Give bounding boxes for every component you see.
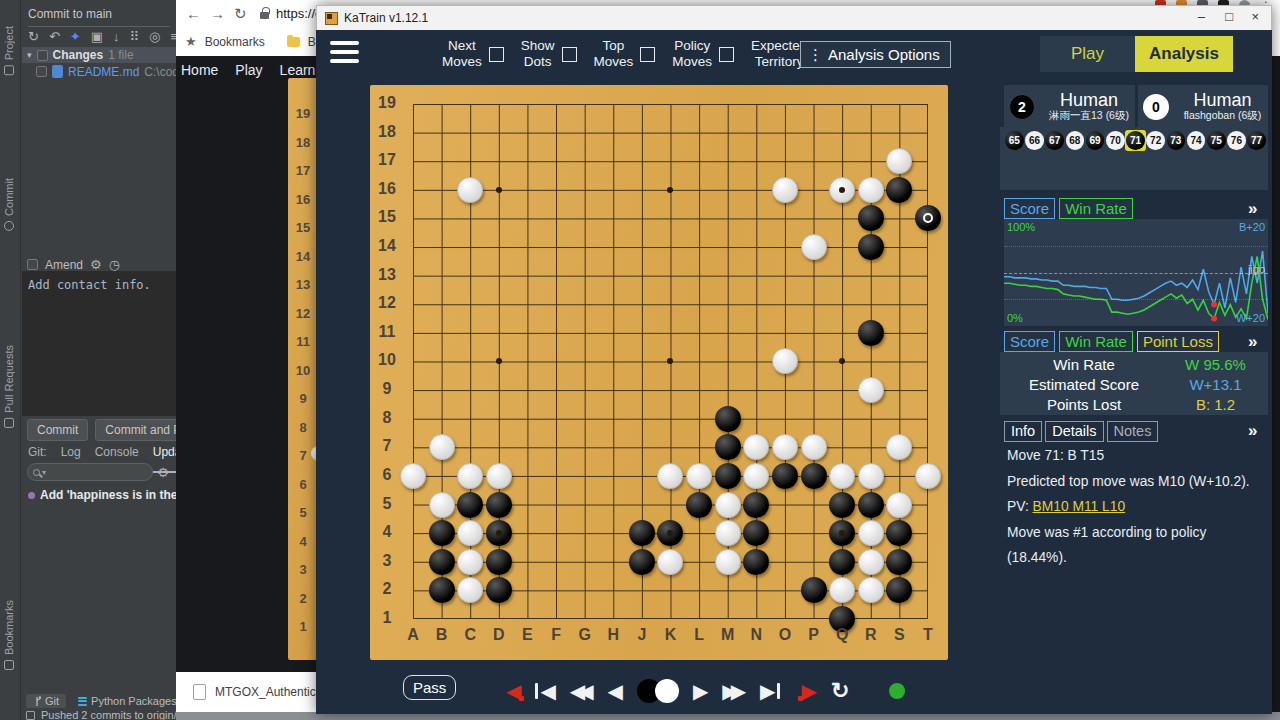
window-title: KaTrain v1.12.1 — [344, 11, 428, 25]
tab-win-rate[interactable]: Win Rate — [1059, 198, 1133, 219]
stone-P2[interactable] — [801, 577, 827, 603]
sidebar-item-project[interactable]: Project — [3, 26, 15, 75]
collapse-info-icon[interactable]: » — [1248, 421, 1257, 441]
top-moves-checkbox[interactable] — [640, 47, 655, 62]
nav-play[interactable]: Play — [235, 62, 262, 78]
changes-tree-row[interactable]: ▾ Changes 1 file — [22, 47, 176, 63]
stone-N5[interactable] — [743, 492, 769, 518]
move-info-line: Predicted top move was M10 (W+10.2). — [1007, 469, 1265, 495]
last-move-marker — [923, 213, 933, 223]
row-label-19: 19 — [372, 94, 402, 112]
history-icon[interactable]: ◷ — [109, 257, 120, 272]
row-label-15: 15 — [372, 208, 402, 226]
col-label-A: A — [402, 626, 424, 644]
stone-Q2[interactable] — [829, 577, 855, 603]
chevron-down-icon[interactable]: ▾ — [27, 50, 32, 60]
stone-C16[interactable] — [457, 177, 483, 203]
ogs-row-label-13: 13 — [288, 277, 318, 292]
ide-window: Project Commit Pull Requests Bookmarks C… — [0, 0, 176, 720]
fast-forward-button[interactable]: ▶▶ — [722, 679, 746, 703]
group-by-icon[interactable]: ⠿ — [130, 29, 140, 44]
toggle-show-dots: ShowDots — [521, 38, 577, 70]
tab-notes[interactable]: Notes — [1107, 421, 1159, 442]
stone-L6[interactable] — [686, 463, 712, 489]
commit-button[interactable]: Commit — [27, 419, 88, 441]
stone-C5[interactable] — [457, 492, 483, 518]
col-label-N: N — [745, 626, 767, 644]
stone-S16[interactable] — [886, 177, 912, 203]
row-label-4: 4 — [372, 523, 402, 541]
ogs-row-label-19: 19 — [288, 106, 318, 121]
stone-R4[interactable] — [858, 520, 884, 546]
bookmarks-label[interactable]: Bookmarks — [205, 35, 265, 49]
ogs-row-label-12: 12 — [288, 306, 318, 321]
stone-D6[interactable] — [486, 463, 512, 489]
ogs-row-label-14: 14 — [288, 249, 318, 264]
ogs-row-label-11: 11 — [288, 334, 318, 349]
ogs-row-label-18: 18 — [288, 135, 318, 150]
pull-requests-label: Pull Requests — [3, 345, 15, 413]
log-entry[interactable]: Add 'happiness is in the middle' m — [28, 488, 176, 502]
git-tool-button[interactable]: Git — [26, 694, 66, 708]
star-point — [839, 187, 845, 193]
tab-win-rate-2[interactable]: Win Rate — [1059, 331, 1133, 352]
col-label-R: R — [860, 626, 882, 644]
move-chip-77[interactable]: 77 — [1247, 131, 1266, 150]
graph-label-0: 0% — [1007, 312, 1023, 324]
minimize-icon[interactable]: – — [1198, 9, 1205, 24]
ogs-navbar: Home Play Learn — [181, 62, 315, 78]
python-packages-label: Python Packages — [91, 695, 177, 707]
row-label-9: 9 — [372, 380, 402, 398]
stone-M3[interactable] — [715, 549, 741, 575]
stats-block: Win RateW 95.6% Estimated ScoreW+13.1 Po… — [1000, 352, 1268, 415]
move-list-block: 65666768697071727374757677 — [1000, 127, 1268, 190]
stone-P6[interactable] — [801, 463, 827, 489]
gear-icon[interactable]: ⚙ — [90, 257, 102, 272]
git-tool-label: Git — [45, 695, 59, 707]
ogs-row-label-8: 8 — [288, 420, 318, 435]
col-label-K: K — [659, 626, 681, 644]
stone-C4[interactable] — [457, 520, 483, 546]
file-checkbox[interactable] — [36, 66, 47, 77]
stone-K3[interactable] — [657, 549, 683, 575]
stone-P7[interactable] — [801, 434, 827, 460]
graph-tabs-bottom: Score Win Rate Point Loss — [1004, 331, 1219, 352]
stone-D2[interactable] — [486, 577, 512, 603]
current-move-highlight: 71 — [1125, 130, 1146, 151]
stone-S4[interactable] — [886, 520, 912, 546]
star-point — [496, 187, 502, 193]
stone-O7[interactable] — [772, 434, 798, 460]
stone-M8[interactable] — [715, 406, 741, 432]
stone-K6[interactable] — [657, 463, 683, 489]
estimated-score-value: W+13.1 — [1168, 376, 1263, 393]
bookmarks-label: Bookmarks — [3, 600, 15, 655]
move-chip-70[interactable]: 70 — [1106, 131, 1125, 150]
col-label-B: B — [431, 626, 453, 644]
markdown-file-icon — [52, 65, 63, 78]
graph-tabs-top: Score Win Rate — [1004, 198, 1133, 219]
log-entry-text: Add 'happiness is in the middle' m — [40, 488, 176, 502]
katrain-window: KaTrain v1.12.1 – □ × NextMoves ShowDots… — [316, 5, 1272, 714]
tab-info[interactable]: Info — [1004, 421, 1042, 442]
stone-B4[interactable] — [429, 520, 455, 546]
file-icon — [193, 684, 206, 700]
stone-O6[interactable] — [772, 463, 798, 489]
move-chip-76[interactable]: 76 — [1227, 131, 1246, 150]
stone-S2[interactable] — [886, 577, 912, 603]
col-label-L: L — [688, 626, 710, 644]
row-label-12: 12 — [372, 294, 402, 312]
engine-status-indicator — [889, 683, 905, 699]
dots-vertical-icon: ⋮ — [808, 46, 823, 64]
move-chip-74[interactable]: 74 — [1187, 131, 1206, 150]
stone-J4[interactable] — [629, 520, 655, 546]
toggle-next-moves: NextMoves — [442, 38, 504, 70]
analysis-options-label: Analysis Options — [828, 46, 940, 63]
stone-Q3[interactable] — [829, 549, 855, 575]
points-lost-value: B: 1.2 — [1168, 396, 1263, 413]
row-label-16: 16 — [372, 180, 402, 198]
stat-win-rate: Win RateW 95.6% — [1000, 354, 1268, 374]
stone-M7[interactable] — [715, 434, 741, 460]
tab-point-loss[interactable]: Point Loss — [1137, 331, 1219, 352]
commit-message-input[interactable]: Add contact info. — [22, 271, 176, 416]
col-label-M: M — [717, 626, 739, 644]
stone-S3[interactable] — [886, 549, 912, 575]
stone-O10[interactable] — [772, 348, 798, 374]
file-row-readme[interactable]: README.md C:\code\fli — [36, 64, 176, 79]
stone-D5[interactable] — [486, 492, 512, 518]
download-bar: MTGOX_Authentica....txt — [176, 672, 317, 712]
row-label-2: 2 — [372, 580, 402, 598]
col-label-F: F — [545, 626, 567, 644]
stone-C2[interactable] — [457, 577, 483, 603]
diff-icon[interactable]: ▣ — [91, 29, 103, 44]
rollback-icon[interactable]: ↶ — [49, 29, 60, 44]
row-label-10: 10 — [372, 351, 402, 369]
file-name: README.md — [68, 65, 139, 79]
move-chip-73[interactable]: 73 — [1167, 131, 1186, 150]
sidebar-item-commit[interactable]: Commit — [3, 178, 15, 231]
move-chip-75[interactable]: 75 — [1207, 131, 1226, 150]
forward-icon[interactable]: → — [210, 5, 225, 22]
stat-points-lost: Points LostB: 1.2 — [1000, 394, 1268, 414]
move-info-line: Move was #1 according to policy — [1007, 520, 1265, 546]
white-captures-badge: 0 — [1143, 94, 1169, 120]
maximize-icon[interactable]: □ — [1225, 9, 1233, 24]
col-label-H: H — [602, 626, 624, 644]
lock-icon — [260, 12, 269, 19]
commit-icon — [4, 221, 14, 231]
git-branch-icon — [33, 696, 41, 707]
white-stone-icon — [655, 679, 679, 703]
black-player-sub: 淋雨一直13 (6级) — [1049, 109, 1129, 123]
graph-label-jigo: jigo — [1248, 263, 1265, 275]
stat-estimated-score: Estimated ScoreW+13.1 — [1000, 374, 1268, 394]
nav-learn[interactable]: Learn — [280, 62, 316, 78]
move-chip-72[interactable]: 72 — [1146, 131, 1165, 150]
stone-O16[interactable] — [772, 177, 798, 203]
folder-icon — [287, 37, 300, 47]
analysis-toggles: NextMoves ShowDots TopMoves PolicyMoves … — [442, 35, 829, 73]
stone-N6[interactable] — [743, 463, 769, 489]
policy-moves-checkbox[interactable] — [719, 47, 734, 62]
row-label-5: 5 — [372, 495, 402, 513]
ogs-row-label-17: 17 — [288, 163, 318, 178]
stone-R6[interactable] — [858, 463, 884, 489]
preview-icon[interactable]: ◎ — [149, 29, 160, 44]
next-branch-button[interactable]: ▶ — [801, 679, 816, 703]
amend-row: Amend ⚙ ◷ — [27, 257, 120, 272]
sidebar-item-bookmarks[interactable]: Bookmarks — [3, 600, 15, 670]
stone-L5[interactable] — [686, 492, 712, 518]
black-captures-badge: 2 — [1009, 94, 1035, 120]
stone-B3[interactable] — [429, 549, 455, 575]
row-label-18: 18 — [372, 123, 402, 141]
go-to-end-button[interactable]: ▶ — [760, 679, 787, 703]
amend-label: Amend — [45, 258, 83, 272]
branch-dot-icon — [28, 492, 35, 499]
ide-tool-strip: Project Commit Pull Requests Bookmarks — [0, 0, 21, 720]
stone-N4[interactable] — [743, 520, 769, 546]
star-point — [496, 530, 502, 536]
commit-label: Commit — [3, 178, 15, 216]
stone-P14[interactable] — [801, 234, 827, 260]
notification-icon[interactable] — [26, 711, 35, 720]
ogs-row-label-5: 5 — [288, 505, 318, 520]
pv-link[interactable]: BM10 M11 L10 — [1033, 499, 1126, 514]
next-moves-checkbox[interactable] — [489, 47, 504, 62]
log-search-row: ▾ ⚙ — [27, 463, 171, 481]
stone-C3[interactable] — [457, 549, 483, 575]
screen: Project Commit Pull Requests Bookmarks C… — [0, 0, 1280, 720]
stone-R14[interactable] — [858, 234, 884, 260]
toggle-policy-moves: PolicyMoves — [672, 38, 734, 70]
stone-M4[interactable] — [715, 520, 741, 546]
shelve-icon[interactable]: ✦ — [70, 29, 81, 44]
stone-A6[interactable] — [400, 463, 426, 489]
chevron-down-icon: ▾ — [42, 468, 46, 477]
reload-icon[interactable]: ↻ — [234, 5, 247, 23]
katrain-app-icon — [325, 12, 338, 25]
col-label-C: C — [459, 626, 481, 644]
row-label-8: 8 — [372, 409, 402, 427]
row-label-6: 6 — [372, 466, 402, 484]
packages-icon — [78, 697, 87, 706]
row-label-7: 7 — [372, 437, 402, 455]
stone-J3[interactable] — [629, 549, 655, 575]
ogs-row-label-2: 2 — [288, 591, 318, 606]
black-player-name: Human — [1060, 90, 1118, 111]
analysis-options-button[interactable]: ⋮ Analysis Options — [800, 41, 951, 68]
stone-B7[interactable] — [429, 434, 455, 460]
ogs-row-label-7: 7 — [288, 448, 318, 463]
changes-label: Changes — [53, 48, 104, 62]
move-list: 65666768697071727374757677 — [1005, 131, 1266, 150]
stone-S5[interactable] — [886, 492, 912, 518]
row-label-13: 13 — [372, 266, 402, 284]
player-to-move-indicator — [637, 679, 679, 703]
info-tabs: Info Details Notes — [1004, 421, 1158, 442]
graph-label-w20: W+20 — [1236, 312, 1265, 324]
menu-icon[interactable] — [330, 41, 359, 63]
stone-N7[interactable] — [743, 434, 769, 460]
stone-R5[interactable] — [858, 492, 884, 518]
stone-R9[interactable] — [858, 377, 884, 403]
move-chip-67[interactable]: 67 — [1045, 131, 1064, 150]
white-player-sub: flashgoban (6级) — [1184, 109, 1262, 123]
pv-line: PV: BM10 M11 L10 — [1007, 494, 1265, 520]
graph-label-b20: B+20 — [1239, 221, 1265, 233]
move-chip-69[interactable]: 69 — [1086, 131, 1105, 150]
stone-M5[interactable] — [715, 492, 741, 518]
fast-back-button[interactable]: ◀◀ — [570, 679, 594, 703]
commit-target-field[interactable]: Commit to main — [28, 7, 170, 27]
white-player-name: Human — [1193, 90, 1251, 111]
score-winrate-graph[interactable]: 100% B+20 jigo 0% W+20 — [1004, 219, 1268, 326]
ide-commit-panel: Commit to main ↻ ↶ ✦ ▣ ↓ ⠿ ◎ ≡ ▾ Changes… — [22, 0, 176, 720]
move-info-line: Move 71: B T15 — [1007, 443, 1265, 469]
tab-score-2[interactable]: Score — [1004, 331, 1055, 352]
graph-label-100: 100% — [1007, 221, 1035, 233]
col-label-O: O — [774, 626, 796, 644]
ogs-row-label-6: 6 — [288, 477, 318, 492]
row-label-1: 1 — [372, 609, 402, 627]
stone-C6[interactable] — [457, 463, 483, 489]
search-icon — [33, 469, 40, 476]
col-label-J: J — [631, 626, 653, 644]
move-chip-66[interactable]: 66 — [1025, 131, 1044, 150]
search-input[interactable]: ▾ — [27, 463, 153, 481]
amend-checkbox[interactable] — [27, 259, 38, 270]
stone-R2[interactable] — [858, 577, 884, 603]
prev-branch-button[interactable]: ◀ — [506, 679, 521, 703]
pass-button[interactable]: Pass — [403, 675, 456, 700]
col-label-E: E — [516, 626, 538, 644]
stone-R11[interactable] — [858, 320, 884, 346]
stone-R16[interactable] — [858, 177, 884, 203]
project-icon — [4, 65, 14, 75]
stone-S7[interactable] — [886, 434, 912, 460]
ogs-row-label-1: 1 — [288, 619, 318, 634]
move-info-text: Move 71: B T15 Predicted top move was M1… — [1007, 443, 1265, 571]
stone-Q5[interactable] — [829, 492, 855, 518]
star-icon[interactable]: ★ — [185, 34, 197, 49]
navigation-controls: ◀ ◀ ◀◀ ◀ ▶ ▶▶ ▶ ▶ ↻ — [506, 678, 905, 704]
goban[interactable]: 19A18B17C16D15E14F13G12H11J10K9L8M7N6O5P… — [370, 85, 948, 660]
stone-N3[interactable] — [743, 549, 769, 575]
ogs-row-label-4: 4 — [288, 534, 318, 549]
col-label-D: D — [488, 626, 510, 644]
player-card-white[interactable]: 0 Humanflashgoban (6级) — [1138, 85, 1268, 128]
stone-T6[interactable] — [915, 463, 941, 489]
row-label-17: 17 — [372, 151, 402, 169]
move-chip-68[interactable]: 68 — [1066, 131, 1085, 150]
python-packages-button[interactable]: Python Packages — [78, 695, 177, 707]
refresh-icon[interactable]: ↻ — [28, 29, 39, 44]
toggle-top-moves: TopMoves — [594, 38, 656, 70]
ogs-row-label-3: 3 — [288, 562, 318, 577]
close-icon[interactable]: × — [1251, 9, 1259, 24]
back-icon[interactable]: ← — [186, 5, 201, 22]
stone-R15[interactable] — [858, 205, 884, 231]
back-button[interactable]: ◀ — [608, 679, 623, 703]
row-label-11: 11 — [372, 323, 402, 341]
tab-analysis[interactable]: Analysis — [1135, 36, 1233, 72]
col-label-S: S — [888, 626, 910, 644]
stone-D3[interactable] — [486, 549, 512, 575]
show-dots-checkbox[interactable] — [562, 47, 577, 62]
win-rate-value: W 95.6% — [1168, 356, 1263, 373]
go-to-start-button[interactable]: ◀ — [535, 679, 555, 703]
stone-S17[interactable] — [886, 148, 912, 174]
ogs-row-label-15: 15 — [288, 220, 318, 235]
bookmark-icon — [4, 660, 14, 670]
stone-Q6[interactable] — [829, 463, 855, 489]
collapse-graph-icon[interactable]: » — [1248, 199, 1257, 219]
stone-R3[interactable] — [858, 549, 884, 575]
row-label-3: 3 — [372, 552, 402, 570]
move-chip-65[interactable]: 65 — [1005, 131, 1024, 150]
stone-M6[interactable] — [715, 463, 741, 489]
katrain-title-bar[interactable]: KaTrain v1.12.1 – □ × — [316, 5, 1272, 30]
project-label: Project — [3, 26, 15, 60]
ogs-row-label-10: 10 — [288, 363, 318, 378]
ogs-board-edge: 19181716151413121110987654321 — [288, 78, 318, 660]
pull-request-icon — [4, 418, 14, 428]
commit-toolbar: ↻ ↶ ✦ ▣ ↓ ⠿ ◎ ≡ — [28, 29, 178, 44]
sidebar-item-pull-requests[interactable]: Pull Requests — [3, 345, 15, 428]
changes-checkbox[interactable] — [37, 50, 48, 61]
stone-T15[interactable] — [915, 205, 941, 231]
move-chip-71[interactable]: 71 — [1126, 131, 1145, 150]
col-label-G: G — [574, 626, 596, 644]
col-label-Q: Q — [831, 626, 853, 644]
ogs-row-label-9: 9 — [288, 391, 318, 406]
col-label-P: P — [803, 626, 825, 644]
katrain-body: NextMoves ShowDots TopMoves PolicyMoves … — [316, 30, 1272, 714]
nav-home[interactable]: Home — [181, 62, 218, 78]
gear-icon[interactable]: ⚙ — [157, 465, 169, 480]
tab-score[interactable]: Score — [1004, 198, 1055, 219]
collapse-stats-icon[interactable]: » — [1248, 332, 1257, 352]
tab-play[interactable]: Play — [1040, 36, 1135, 72]
reanalyze-icon[interactable]: ↻ — [831, 678, 849, 704]
ogs-row-label-16: 16 — [288, 192, 318, 207]
tab-details[interactable]: Details — [1045, 421, 1103, 442]
get-from-vcs-icon[interactable]: ↓ — [113, 29, 120, 44]
changes-count: 1 file — [108, 48, 133, 62]
stone-B5[interactable] — [429, 492, 455, 518]
move-info-line: (18.44%). — [1007, 545, 1265, 571]
forward-button[interactable]: ▶ — [693, 679, 708, 703]
row-label-14: 14 — [372, 237, 402, 255]
player-card-black[interactable]: 2 Human淋雨一直13 (6级) — [1004, 85, 1135, 128]
stone-B2[interactable] — [429, 577, 455, 603]
file-path: C:\code\fli — [144, 65, 176, 79]
col-label-T: T — [917, 626, 939, 644]
